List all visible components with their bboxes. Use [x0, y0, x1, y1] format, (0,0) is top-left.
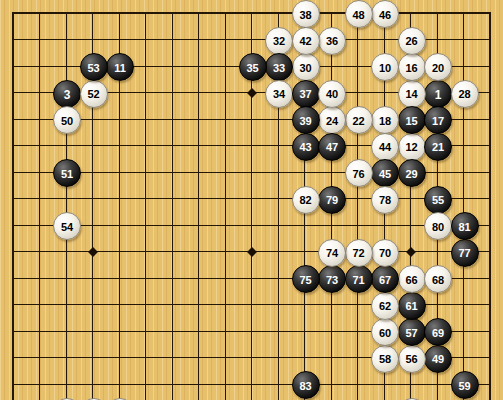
black-stone-21: 21 — [424, 133, 452, 161]
move-number: 32 — [273, 36, 285, 47]
star-point — [247, 88, 257, 98]
black-stone-11: 11 — [106, 53, 134, 81]
move-number: 34 — [273, 89, 285, 100]
move-number: 82 — [299, 195, 311, 206]
white-stone-22: 22 — [345, 106, 373, 134]
black-stone-29: 29 — [398, 159, 426, 187]
move-number: 77 — [458, 248, 470, 259]
black-stone-45: 45 — [371, 159, 399, 187]
white-stone-50: 50 — [53, 106, 81, 134]
black-stone-39: 39 — [292, 106, 320, 134]
white-stone-24: 24 — [318, 106, 346, 134]
white-stone-54: 54 — [53, 212, 81, 240]
move-number: 79 — [326, 195, 338, 206]
white-stone-10: 10 — [371, 53, 399, 81]
white-stone-18: 18 — [371, 106, 399, 134]
white-stone-52: 52 — [80, 80, 108, 108]
star-point — [88, 247, 98, 257]
white-stone-36: 36 — [318, 27, 346, 55]
move-number: 70 — [379, 248, 391, 259]
move-number: 15 — [405, 115, 417, 126]
move-number: 60 — [379, 327, 391, 338]
move-number: 58 — [379, 354, 391, 365]
move-number: 72 — [352, 248, 364, 259]
white-stone-14: 14 — [398, 80, 426, 108]
move-number: 56 — [405, 354, 417, 365]
black-stone-73: 73 — [318, 265, 346, 293]
move-number: 42 — [299, 36, 311, 47]
move-number: 16 — [405, 62, 417, 73]
move-number: 76 — [352, 168, 364, 179]
black-stone-71: 71 — [345, 265, 373, 293]
move-number: 49 — [432, 354, 444, 365]
move-number: 35 — [246, 62, 258, 73]
move-number: 29 — [405, 168, 417, 179]
white-stone-72: 72 — [345, 239, 373, 267]
white-stone-60: 60 — [371, 318, 399, 346]
move-number: 83 — [299, 380, 311, 391]
move-number: 61 — [405, 301, 417, 312]
move-number: 67 — [379, 274, 391, 285]
move-number: 33 — [273, 62, 285, 73]
go-board[interactable]: 1310111214151617182021222426282930323334… — [0, 0, 503, 400]
move-number: 51 — [61, 168, 73, 179]
white-stone-80: 80 — [424, 212, 452, 240]
black-stone-83: 83 — [292, 371, 320, 399]
move-number: 55 — [432, 195, 444, 206]
move-number: 26 — [405, 36, 417, 47]
black-stone-49: 49 — [424, 345, 452, 373]
move-number: 36 — [326, 36, 338, 47]
white-stone-28: 28 — [451, 80, 479, 108]
move-number: 78 — [379, 195, 391, 206]
move-number: 52 — [87, 89, 99, 100]
move-number: 75 — [299, 274, 311, 285]
white-stone-56: 56 — [398, 345, 426, 373]
white-stone-44: 44 — [371, 133, 399, 161]
white-stone-62: 62 — [371, 292, 399, 320]
white-stone-32: 32 — [265, 27, 293, 55]
move-number: 57 — [405, 327, 417, 338]
move-number: 28 — [458, 89, 470, 100]
white-stone-42: 42 — [292, 27, 320, 55]
black-stone-37: 37 — [292, 80, 320, 108]
move-number: 50 — [61, 115, 73, 126]
move-number: 74 — [326, 248, 338, 259]
star-point — [406, 247, 416, 257]
white-stone-66: 66 — [398, 265, 426, 293]
black-stone-59: 59 — [451, 371, 479, 399]
black-stone-51: 51 — [53, 159, 81, 187]
move-number: 48 — [352, 9, 364, 20]
black-stone-35: 35 — [239, 53, 267, 81]
white-stone-16: 16 — [398, 53, 426, 81]
move-number: 73 — [326, 274, 338, 285]
black-stone-57: 57 — [398, 318, 426, 346]
move-number: 68 — [432, 274, 444, 285]
white-stone-38: 38 — [292, 0, 320, 28]
white-stone-68: 68 — [424, 265, 452, 293]
white-stone-74: 74 — [318, 239, 346, 267]
black-stone-15: 15 — [398, 106, 426, 134]
move-number: 17 — [432, 115, 444, 126]
move-number: 11 — [114, 62, 126, 73]
black-stone-17: 17 — [424, 106, 452, 134]
move-number: 37 — [299, 89, 311, 100]
black-stone-47: 47 — [318, 133, 346, 161]
move-number: 1 — [435, 88, 442, 100]
white-stone-26: 26 — [398, 27, 426, 55]
white-stone-82: 82 — [292, 186, 320, 214]
move-number: 40 — [326, 89, 338, 100]
move-number: 12 — [405, 142, 417, 153]
white-stone-20: 20 — [424, 53, 452, 81]
move-number: 39 — [299, 115, 311, 126]
black-stone-61: 61 — [398, 292, 426, 320]
go-diagram: 1310111214151617182021222426282930323334… — [0, 0, 503, 400]
move-number: 66 — [405, 274, 417, 285]
black-stone-33: 33 — [265, 53, 293, 81]
move-number: 47 — [326, 142, 338, 153]
move-number: 38 — [299, 9, 311, 20]
move-number: 22 — [352, 115, 364, 126]
white-stone-40: 40 — [318, 80, 346, 108]
move-number: 46 — [379, 9, 391, 20]
move-number: 24 — [326, 115, 338, 126]
move-number: 30 — [299, 62, 311, 73]
move-number: 54 — [61, 221, 73, 232]
move-number: 18 — [379, 115, 391, 126]
move-number: 59 — [458, 380, 470, 391]
white-stone-30: 30 — [292, 53, 320, 81]
black-stone-81: 81 — [451, 212, 479, 240]
black-stone-43: 43 — [292, 133, 320, 161]
black-stone-3: 3 — [53, 80, 81, 108]
white-stone-46: 46 — [371, 0, 399, 28]
move-number: 10 — [379, 62, 391, 73]
move-number: 62 — [379, 301, 391, 312]
black-stone-67: 67 — [371, 265, 399, 293]
move-number: 21 — [432, 142, 444, 153]
black-stone-69: 69 — [424, 318, 452, 346]
move-number: 45 — [379, 168, 391, 179]
move-number: 43 — [299, 142, 311, 153]
move-number: 71 — [352, 274, 364, 285]
move-number: 80 — [432, 221, 444, 232]
move-number: 20 — [432, 62, 444, 73]
black-stone-75: 75 — [292, 265, 320, 293]
move-number: 69 — [432, 327, 444, 338]
move-number: 44 — [379, 142, 391, 153]
black-stone-79: 79 — [318, 186, 346, 214]
black-stone-55: 55 — [424, 186, 452, 214]
black-stone-77: 77 — [451, 239, 479, 267]
white-stone-58: 58 — [371, 345, 399, 373]
white-stone-12: 12 — [398, 133, 426, 161]
black-stone-1: 1 — [424, 80, 452, 108]
white-stone-70: 70 — [371, 239, 399, 267]
white-stone-34: 34 — [265, 80, 293, 108]
white-stone-78: 78 — [371, 186, 399, 214]
black-stone-53: 53 — [80, 53, 108, 81]
move-number: 14 — [405, 89, 417, 100]
move-number: 3 — [64, 88, 71, 100]
white-stone-76: 76 — [345, 159, 373, 187]
move-number: 53 — [87, 62, 99, 73]
white-stone-48: 48 — [345, 0, 373, 28]
star-point — [247, 247, 257, 257]
move-number: 81 — [458, 221, 470, 232]
